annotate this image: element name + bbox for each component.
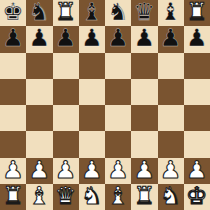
- square-f3[interactable]: [131, 131, 157, 157]
- piece-white-pawn[interactable]: ♟: [186, 158, 208, 183]
- piece-black-pawn[interactable]: ♟: [2, 26, 24, 51]
- square-a3[interactable]: [0, 131, 26, 157]
- piece-white-pawn[interactable]: ♟: [134, 158, 156, 183]
- piece-white-pawn[interactable]: ♟: [55, 158, 77, 183]
- square-h1[interactable]: ♚: [184, 184, 210, 210]
- piece-white-rook[interactable]: ♜: [186, 0, 208, 25]
- square-h2[interactable]: ♟: [184, 158, 210, 184]
- square-g1[interactable]: ♞: [158, 184, 184, 210]
- square-a4[interactable]: [0, 105, 26, 131]
- square-a2[interactable]: ♟: [0, 158, 26, 184]
- square-d8[interactable]: ♝: [79, 0, 105, 26]
- square-d2[interactable]: ♟: [79, 158, 105, 184]
- piece-black-pawn[interactable]: ♟: [107, 26, 129, 51]
- piece-white-queen[interactable]: ♛: [55, 184, 77, 209]
- square-f8[interactable]: ♛: [131, 0, 157, 26]
- piece-white-rook[interactable]: ♜: [2, 184, 24, 209]
- piece-white-pawn[interactable]: ♟: [81, 158, 103, 183]
- square-g5[interactable]: [158, 79, 184, 105]
- square-c1[interactable]: ♛: [53, 184, 79, 210]
- square-d1[interactable]: ♞: [79, 184, 105, 210]
- square-h6[interactable]: [184, 53, 210, 79]
- piece-black-pawn[interactable]: ♟: [81, 26, 103, 51]
- piece-black-queen[interactable]: ♛: [134, 0, 156, 25]
- square-f1[interactable]: ♜: [131, 184, 157, 210]
- square-a8[interactable]: ♚: [0, 0, 26, 26]
- square-e8[interactable]: ♞: [105, 0, 131, 26]
- piece-white-knight[interactable]: ♞: [160, 184, 182, 209]
- square-a1[interactable]: ♜: [0, 184, 26, 210]
- square-f4[interactable]: [131, 105, 157, 131]
- square-h4[interactable]: [184, 105, 210, 131]
- square-c8[interactable]: ♜: [53, 0, 79, 26]
- piece-white-bishop[interactable]: ♝: [29, 184, 51, 209]
- square-c2[interactable]: ♟: [53, 158, 79, 184]
- square-e4[interactable]: [105, 105, 131, 131]
- square-a6[interactable]: [0, 53, 26, 79]
- square-g8[interactable]: ♝: [158, 0, 184, 26]
- square-b3[interactable]: [26, 131, 52, 157]
- piece-black-bishop[interactable]: ♝: [160, 0, 182, 25]
- square-g7[interactable]: ♟: [158, 26, 184, 52]
- piece-black-bishop[interactable]: ♝: [81, 0, 103, 25]
- square-g6[interactable]: [158, 53, 184, 79]
- square-h7[interactable]: ♟: [184, 26, 210, 52]
- square-b7[interactable]: ♟: [26, 26, 52, 52]
- square-d5[interactable]: [79, 79, 105, 105]
- square-d3[interactable]: [79, 131, 105, 157]
- square-b5[interactable]: [26, 79, 52, 105]
- piece-white-rook[interactable]: ♜: [55, 0, 77, 25]
- square-h3[interactable]: [184, 131, 210, 157]
- square-b2[interactable]: ♟: [26, 158, 52, 184]
- square-b8[interactable]: ♞: [26, 0, 52, 26]
- square-c6[interactable]: [53, 53, 79, 79]
- square-d4[interactable]: [79, 105, 105, 131]
- piece-white-king[interactable]: ♚: [186, 184, 208, 209]
- piece-black-pawn[interactable]: ♟: [29, 26, 51, 51]
- chess-board: ♚♞♜♝♞♛♝♜♟♟♟♟♟♟♟♟♟♟♟♟♟♟♟♟♜♝♛♞♝♜♞♚: [0, 0, 210, 210]
- piece-black-knight[interactable]: ♞: [29, 0, 51, 25]
- square-a5[interactable]: [0, 79, 26, 105]
- square-e1[interactable]: ♝: [105, 184, 131, 210]
- piece-black-pawn[interactable]: ♟: [160, 26, 182, 51]
- square-h8[interactable]: ♜: [184, 0, 210, 26]
- square-b4[interactable]: [26, 105, 52, 131]
- square-f6[interactable]: [131, 53, 157, 79]
- piece-black-pawn[interactable]: ♟: [186, 26, 208, 51]
- square-f7[interactable]: ♟: [131, 26, 157, 52]
- square-f2[interactable]: ♟: [131, 158, 157, 184]
- square-e7[interactable]: ♟: [105, 26, 131, 52]
- piece-black-pawn[interactable]: ♟: [134, 26, 156, 51]
- piece-black-king[interactable]: ♚: [2, 0, 24, 25]
- square-b6[interactable]: [26, 53, 52, 79]
- square-c7[interactable]: ♟: [53, 26, 79, 52]
- square-d6[interactable]: [79, 53, 105, 79]
- piece-white-knight[interactable]: ♞: [81, 184, 103, 209]
- square-e3[interactable]: [105, 131, 131, 157]
- square-e2[interactable]: ♟: [105, 158, 131, 184]
- piece-white-pawn[interactable]: ♟: [29, 158, 51, 183]
- square-f5[interactable]: [131, 79, 157, 105]
- square-c3[interactable]: [53, 131, 79, 157]
- piece-white-pawn[interactable]: ♟: [2, 158, 24, 183]
- piece-black-pawn[interactable]: ♟: [55, 26, 77, 51]
- square-c4[interactable]: [53, 105, 79, 131]
- square-c5[interactable]: [53, 79, 79, 105]
- piece-black-knight[interactable]: ♞: [107, 0, 129, 25]
- piece-white-rook[interactable]: ♜: [134, 184, 156, 209]
- square-g3[interactable]: [158, 131, 184, 157]
- square-g4[interactable]: [158, 105, 184, 131]
- square-a7[interactable]: ♟: [0, 26, 26, 52]
- square-e6[interactable]: [105, 53, 131, 79]
- square-e5[interactable]: [105, 79, 131, 105]
- piece-white-pawn[interactable]: ♟: [107, 158, 129, 183]
- piece-white-pawn[interactable]: ♟: [160, 158, 182, 183]
- piece-white-bishop[interactable]: ♝: [107, 184, 129, 209]
- square-d7[interactable]: ♟: [79, 26, 105, 52]
- square-b1[interactable]: ♝: [26, 184, 52, 210]
- square-h5[interactable]: [184, 79, 210, 105]
- square-g2[interactable]: ♟: [158, 158, 184, 184]
